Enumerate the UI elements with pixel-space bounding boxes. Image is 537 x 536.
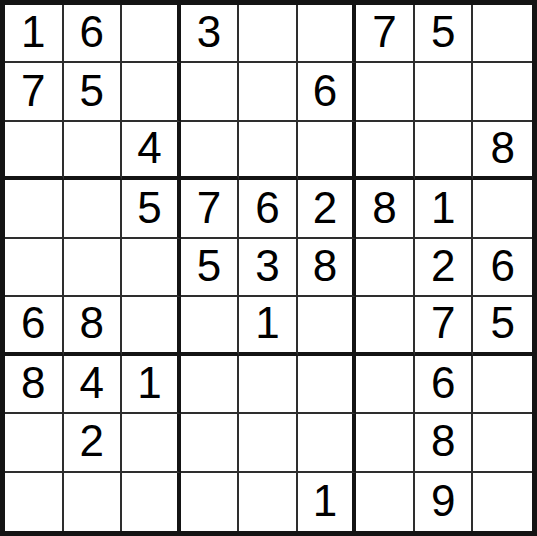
given-digit: 8 bbox=[313, 244, 337, 288]
given-digit: 5 bbox=[490, 301, 514, 345]
given-digit: 8 bbox=[431, 419, 455, 463]
cell-r7c3[interactable]: 1 bbox=[122, 356, 181, 414]
cell-r8c3[interactable] bbox=[122, 414, 181, 472]
given-digit: 1 bbox=[255, 301, 279, 345]
cell-r4c3[interactable]: 5 bbox=[122, 180, 181, 238]
cell-r4c2[interactable] bbox=[64, 180, 123, 238]
given-digit: 8 bbox=[490, 126, 514, 170]
cell-r7c1[interactable]: 8 bbox=[5, 356, 64, 414]
given-digit: 6 bbox=[80, 10, 104, 54]
cell-r3c3[interactable]: 4 bbox=[122, 122, 181, 180]
cell-r1c1[interactable]: 1 bbox=[5, 5, 64, 63]
cell-r1c2[interactable]: 6 bbox=[64, 5, 123, 63]
cell-r2c7[interactable] bbox=[356, 63, 415, 121]
cell-r9c8[interactable]: 9 bbox=[415, 473, 474, 531]
given-digit: 7 bbox=[197, 186, 221, 230]
cell-r5c4[interactable]: 5 bbox=[181, 239, 240, 297]
given-digit: 5 bbox=[431, 10, 455, 54]
cell-r9c7[interactable] bbox=[356, 473, 415, 531]
cell-r9c5[interactable] bbox=[239, 473, 298, 531]
cell-r8c9[interactable] bbox=[473, 414, 532, 472]
cell-r1c5[interactable] bbox=[239, 5, 298, 63]
given-digit: 6 bbox=[490, 244, 514, 288]
cell-r7c8[interactable]: 6 bbox=[415, 356, 474, 414]
cell-r5c5[interactable]: 3 bbox=[239, 239, 298, 297]
cell-r4c7[interactable]: 8 bbox=[356, 180, 415, 238]
cell-r9c1[interactable] bbox=[5, 473, 64, 531]
cell-r7c7[interactable] bbox=[356, 356, 415, 414]
cell-r7c4[interactable] bbox=[181, 356, 240, 414]
cell-r3c1[interactable] bbox=[5, 122, 64, 180]
cell-r2c2[interactable]: 5 bbox=[64, 63, 123, 121]
cell-r5c2[interactable] bbox=[64, 239, 123, 297]
cell-r3c9[interactable]: 8 bbox=[473, 122, 532, 180]
given-digit: 1 bbox=[431, 186, 455, 230]
cell-r5c3[interactable] bbox=[122, 239, 181, 297]
cell-r8c8[interactable]: 8 bbox=[415, 414, 474, 472]
given-digit: 3 bbox=[197, 10, 221, 54]
given-digit: 9 bbox=[431, 479, 455, 523]
given-digit: 6 bbox=[431, 361, 455, 405]
cell-r1c3[interactable] bbox=[122, 5, 181, 63]
given-digit: 8 bbox=[80, 301, 104, 345]
cell-r5c7[interactable] bbox=[356, 239, 415, 297]
given-digit: 1 bbox=[21, 10, 45, 54]
cell-r6c3[interactable] bbox=[122, 297, 181, 355]
cell-r5c6[interactable]: 8 bbox=[298, 239, 357, 297]
cell-r7c9[interactable] bbox=[473, 356, 532, 414]
cell-r9c2[interactable] bbox=[64, 473, 123, 531]
cell-r6c5[interactable]: 1 bbox=[239, 297, 298, 355]
given-digit: 5 bbox=[137, 186, 161, 230]
cell-r8c4[interactable] bbox=[181, 414, 240, 472]
cell-r4c1[interactable] bbox=[5, 180, 64, 238]
given-digit: 1 bbox=[313, 479, 337, 523]
cell-r3c4[interactable] bbox=[181, 122, 240, 180]
cell-r9c4[interactable] bbox=[181, 473, 240, 531]
cell-r6c4[interactable] bbox=[181, 297, 240, 355]
cell-r8c2[interactable]: 2 bbox=[64, 414, 123, 472]
cell-r5c9[interactable]: 6 bbox=[473, 239, 532, 297]
cell-r7c6[interactable] bbox=[298, 356, 357, 414]
cell-r5c1[interactable] bbox=[5, 239, 64, 297]
cell-r2c1[interactable]: 7 bbox=[5, 63, 64, 121]
cell-r2c8[interactable] bbox=[415, 63, 474, 121]
given-digit: 6 bbox=[313, 69, 337, 113]
cell-r3c5[interactable] bbox=[239, 122, 298, 180]
given-digit: 4 bbox=[80, 361, 104, 405]
cell-r8c5[interactable] bbox=[239, 414, 298, 472]
cell-r2c3[interactable] bbox=[122, 63, 181, 121]
given-digit: 5 bbox=[80, 69, 104, 113]
cell-r6c9[interactable]: 5 bbox=[473, 297, 532, 355]
given-digit: 4 bbox=[137, 126, 161, 170]
cell-r4c9[interactable] bbox=[473, 180, 532, 238]
cell-r2c5[interactable] bbox=[239, 63, 298, 121]
cell-r2c9[interactable] bbox=[473, 63, 532, 121]
cell-r5c8[interactable]: 2 bbox=[415, 239, 474, 297]
cell-r1c9[interactable] bbox=[473, 5, 532, 63]
given-digit: 6 bbox=[21, 301, 45, 345]
cell-r6c6[interactable] bbox=[298, 297, 357, 355]
given-digit: 3 bbox=[255, 244, 279, 288]
cell-r3c8[interactable] bbox=[415, 122, 474, 180]
given-digit: 2 bbox=[313, 186, 337, 230]
cell-r3c2[interactable] bbox=[64, 122, 123, 180]
given-digit: 8 bbox=[21, 361, 45, 405]
given-digit: 7 bbox=[431, 301, 455, 345]
cell-r6c7[interactable] bbox=[356, 297, 415, 355]
cell-r4c5[interactable]: 6 bbox=[239, 180, 298, 238]
cell-r2c4[interactable] bbox=[181, 63, 240, 121]
cell-r1c6[interactable] bbox=[298, 5, 357, 63]
cell-r6c2[interactable]: 8 bbox=[64, 297, 123, 355]
given-digit: 8 bbox=[372, 186, 396, 230]
given-digit: 7 bbox=[21, 69, 45, 113]
given-digit: 5 bbox=[197, 244, 221, 288]
cell-r8c7[interactable] bbox=[356, 414, 415, 472]
cell-r6c1[interactable]: 6 bbox=[5, 297, 64, 355]
cell-r2c6[interactable]: 6 bbox=[298, 63, 357, 121]
cell-r3c6[interactable] bbox=[298, 122, 357, 180]
given-digit: 2 bbox=[80, 419, 104, 463]
cell-r7c5[interactable] bbox=[239, 356, 298, 414]
cell-r9c6[interactable]: 1 bbox=[298, 473, 357, 531]
cell-r4c8[interactable]: 1 bbox=[415, 180, 474, 238]
cell-r6c8[interactable]: 7 bbox=[415, 297, 474, 355]
cell-r1c8[interactable]: 5 bbox=[415, 5, 474, 63]
given-digit: 7 bbox=[372, 10, 396, 54]
cell-r9c3[interactable] bbox=[122, 473, 181, 531]
given-digit: 1 bbox=[137, 361, 161, 405]
cell-r1c7[interactable]: 7 bbox=[356, 5, 415, 63]
sudoku-board: 1637575648576281538266817584162819 bbox=[0, 0, 537, 536]
cell-r7c2[interactable]: 4 bbox=[64, 356, 123, 414]
cell-r4c6[interactable]: 2 bbox=[298, 180, 357, 238]
cell-r9c9[interactable] bbox=[473, 473, 532, 531]
given-digit: 2 bbox=[431, 244, 455, 288]
cell-r8c1[interactable] bbox=[5, 414, 64, 472]
cell-r8c6[interactable] bbox=[298, 414, 357, 472]
cell-r3c7[interactable] bbox=[356, 122, 415, 180]
cell-r4c4[interactable]: 7 bbox=[181, 180, 240, 238]
given-digit: 6 bbox=[255, 186, 279, 230]
cell-r1c4[interactable]: 3 bbox=[181, 5, 240, 63]
